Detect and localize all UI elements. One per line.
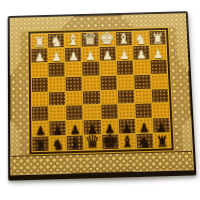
square-r4c5[interactable]	[118, 90, 135, 104]
piece-wp: ♟	[65, 50, 81, 62]
square-r0c6[interactable]: ♞	[132, 31, 148, 45]
piece-br: ♜	[154, 134, 171, 149]
piece-wp: ♟	[48, 51, 64, 63]
piece-wb: ♝	[65, 33, 81, 48]
square-r0c4[interactable]: ♚	[99, 32, 115, 46]
piece-wb: ♝	[116, 32, 132, 47]
square-r5c5[interactable]	[118, 104, 135, 118]
square-r0c0[interactable]: ♜	[31, 34, 47, 48]
piece-wq: ♛	[82, 31, 98, 48]
square-r5c3[interactable]	[84, 105, 101, 119]
square-r2c3[interactable]	[83, 61, 99, 75]
piece-wp: ♟	[116, 49, 132, 61]
piece-bb: ♝	[67, 136, 84, 152]
square-r6c2[interactable]: ♟	[67, 121, 84, 135]
square-r6c0[interactable]: ♟	[32, 122, 48, 136]
square-r3c5[interactable]	[117, 75, 134, 89]
square-r4c0[interactable]	[32, 92, 48, 106]
square-r2c6[interactable]	[134, 60, 151, 74]
square-r6c1[interactable]: ♟	[50, 121, 67, 135]
piece-bp: ♟	[67, 124, 84, 137]
piece-bp: ♟	[119, 122, 136, 135]
square-r3c6[interactable]	[134, 75, 151, 89]
square-r0c7[interactable]: ♜	[149, 31, 165, 45]
piece-wn: ♞	[48, 34, 64, 48]
chess-board: ♜♞♝♛♚♝♞♜♟♟♟♟♟♟♟♟♟♟♟♟♟♟♟♟♜♞♝♛♚♝♞♜	[8, 11, 197, 180]
piece-bp: ♟	[136, 122, 153, 135]
square-r3c2[interactable]	[66, 76, 82, 90]
square-r1c1[interactable]: ♟	[48, 48, 64, 62]
piece-bp: ♟	[153, 121, 170, 134]
piece-bp: ♟	[101, 123, 118, 136]
piece-wr: ♜	[149, 32, 165, 46]
piece-wp: ♟	[99, 49, 115, 61]
square-r0c2[interactable]: ♝	[65, 33, 81, 47]
square-r1c3[interactable]: ♟	[82, 47, 98, 61]
square-r5c1[interactable]	[49, 106, 65, 120]
khatam-border: ♜♞♝♛♚♝♞♜♟♟♟♟♟♟♟♟♟♟♟♟♟♟♟♟♜♞♝♛♚♝♞♜	[10, 13, 194, 175]
piece-wn: ♞	[132, 32, 148, 46]
square-r4c3[interactable]	[83, 91, 99, 105]
square-r6c3[interactable]: ♟	[84, 120, 101, 134]
piece-br: ♜	[32, 138, 49, 153]
square-r2c5[interactable]	[117, 60, 133, 74]
square-r1c7[interactable]: ♟	[150, 45, 167, 59]
square-r3c0[interactable]	[32, 77, 48, 91]
square-r4c6[interactable]	[135, 89, 152, 103]
square-r7c6[interactable]: ♞	[136, 134, 153, 149]
piece-bb: ♝	[119, 134, 136, 150]
square-r5c0[interactable]	[32, 107, 48, 121]
square-r0c5[interactable]: ♝	[116, 32, 132, 46]
piece-wp: ♟	[82, 50, 98, 62]
piece-bp: ♟	[50, 124, 66, 137]
piece-wk: ♚	[99, 29, 115, 47]
square-r7c1[interactable]: ♞	[50, 136, 67, 151]
square-r1c6[interactable]: ♟	[133, 46, 149, 60]
square-r0c1[interactable]: ♞	[48, 34, 64, 48]
square-r4c7[interactable]	[152, 89, 169, 103]
square-r4c2[interactable]	[66, 91, 82, 105]
board-grid: ♜♞♝♛♚♝♞♜♟♟♟♟♟♟♟♟♟♟♟♟♟♟♟♟♜♞♝♛♚♝♞♜	[31, 31, 170, 151]
square-r5c4[interactable]	[101, 105, 118, 119]
piece-bp: ♟	[32, 125, 48, 138]
square-r4c4[interactable]	[100, 90, 117, 104]
piece-wp: ♟	[133, 48, 149, 60]
product-photo-scene: ♜♞♝♛♚♝♞♜♟♟♟♟♟♟♟♟♟♟♟♟♟♟♟♟♜♞♝♛♚♝♞♜	[0, 0, 200, 200]
square-r7c0[interactable]: ♜	[32, 137, 49, 152]
square-r7c7[interactable]: ♜	[154, 133, 171, 148]
piece-wp: ♟	[32, 51, 48, 63]
square-r1c0[interactable]: ♟	[32, 48, 48, 62]
square-r7c5[interactable]: ♝	[119, 134, 136, 149]
square-r4c1[interactable]	[49, 91, 65, 105]
square-r7c3[interactable]: ♛	[84, 135, 101, 150]
square-r2c1[interactable]	[49, 62, 65, 76]
piece-bp: ♟	[84, 123, 101, 136]
piece-bn: ♞	[136, 135, 153, 150]
square-r6c4[interactable]: ♟	[101, 120, 118, 134]
inner-frame-gold2: ♜♞♝♛♚♝♞♜♟♟♟♟♟♟♟♟♟♟♟♟♟♟♟♟♜♞♝♛♚♝♞♜	[30, 30, 171, 152]
square-r6c6[interactable]: ♟	[136, 119, 153, 133]
board-rim: ♜♞♝♛♚♝♞♜♟♟♟♟♟♟♟♟♟♟♟♟♟♟♟♟♜♞♝♛♚♝♞♜	[8, 11, 197, 180]
inner-frame-gold: ♜♞♝♛♚♝♞♜♟♟♟♟♟♟♟♟♟♟♟♟♟♟♟♟♜♞♝♛♚♝♞♜	[27, 27, 174, 155]
square-r5c6[interactable]	[135, 104, 152, 118]
square-r6c7[interactable]: ♟	[153, 118, 170, 132]
piece-bk: ♚	[102, 132, 119, 151]
square-r2c2[interactable]	[66, 62, 82, 76]
square-r2c0[interactable]	[32, 63, 48, 77]
square-r6c5[interactable]: ♟	[118, 119, 135, 133]
square-r5c2[interactable]	[66, 106, 82, 120]
square-r0c3[interactable]: ♛	[82, 33, 98, 47]
piece-wp: ♟	[150, 48, 166, 60]
square-r3c4[interactable]	[100, 75, 116, 89]
square-r1c5[interactable]: ♟	[116, 46, 132, 60]
square-r3c7[interactable]	[151, 74, 168, 88]
piece-bq: ♛	[84, 133, 101, 151]
piece-wr: ♜	[31, 35, 47, 49]
square-r2c7[interactable]	[150, 60, 167, 74]
square-r3c1[interactable]	[49, 77, 65, 91]
square-r3c3[interactable]	[83, 76, 99, 90]
square-r1c2[interactable]: ♟	[65, 47, 81, 61]
inner-frame-dark: ♜♞♝♛♚♝♞♜♟♟♟♟♟♟♟♟♟♟♟♟♟♟♟♟♜♞♝♛♚♝♞♜	[28, 28, 173, 154]
square-r2c4[interactable]	[100, 61, 116, 75]
square-r7c2[interactable]: ♝	[67, 136, 84, 151]
square-r5c7[interactable]	[152, 103, 169, 117]
piece-bn: ♞	[50, 137, 67, 152]
square-r7c4[interactable]: ♚	[102, 135, 119, 150]
square-r1c4[interactable]: ♟	[99, 47, 115, 61]
